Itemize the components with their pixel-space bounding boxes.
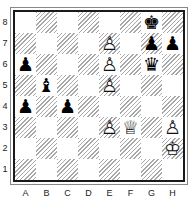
white-pawn-e7: ♟♙ [99,33,120,54]
square-h6 [162,54,183,75]
black-pawn-g7: ♟ [141,33,162,54]
white-piece-outline: ♙ [99,117,120,138]
file-label-d: D [78,187,99,200]
black-queen-g6: ♛ [141,54,162,75]
white-queen-f3: ♛♕ [120,117,141,138]
square-b5: ♝ [36,75,57,96]
chess-board: ♚♟♙♟♟♟♟♙♛♝♟♙♟♟♟♙♛♕♟♙♚♔ [13,10,185,182]
file-label-h: H [162,187,183,200]
square-c5 [57,75,78,96]
square-h4 [162,96,183,117]
rank-label-6: 6 [0,54,10,75]
white-piece-outline: ♔ [162,138,183,159]
black-piece-glyph: ♚ [141,12,162,33]
square-h8 [162,12,183,33]
file-label-b: B [36,187,57,200]
square-f1 [120,159,141,180]
white-pawn-h3: ♟♙ [162,117,183,138]
square-e4 [99,96,120,117]
square-f4 [120,96,141,117]
white-piece-outline: ♙ [99,33,120,54]
square-b7 [36,33,57,54]
white-piece-outline: ♙ [99,54,120,75]
file-label-g: G [141,187,162,200]
square-a6: ♟ [15,54,36,75]
square-b2 [36,138,57,159]
white-pawn-e6: ♟♙ [99,54,120,75]
square-d7 [78,33,99,54]
rank-labels: 87654321 [0,7,10,185]
square-b3 [36,117,57,138]
rank-label-1: 1 [0,159,10,180]
file-label-f: F [120,187,141,200]
square-d2 [78,138,99,159]
square-e7: ♟♙ [99,33,120,54]
square-g7: ♟ [141,33,162,54]
square-g3 [141,117,162,138]
square-h3: ♟♙ [162,117,183,138]
black-piece-glyph: ♛ [141,54,162,75]
square-a1 [15,159,36,180]
square-b4 [36,96,57,117]
square-b8 [36,12,57,33]
black-piece-glyph: ♟ [15,96,36,117]
white-piece-outline: ♙ [99,75,120,96]
square-a8 [15,12,36,33]
rank-label-4: 4 [0,96,10,117]
square-a7 [15,33,36,54]
square-c2 [57,138,78,159]
square-d8 [78,12,99,33]
square-c1 [57,159,78,180]
white-pawn-e3: ♟♙ [99,117,120,138]
square-e3: ♟♙ [99,117,120,138]
square-f6 [120,54,141,75]
square-d1 [78,159,99,180]
square-e2 [99,138,120,159]
black-pawn-c4: ♟ [57,96,78,117]
square-e8 [99,12,120,33]
square-g4 [141,96,162,117]
square-g6: ♛ [141,54,162,75]
square-f7 [120,33,141,54]
square-g2 [141,138,162,159]
square-f5 [120,75,141,96]
square-c3 [57,117,78,138]
file-label-e: E [99,187,120,200]
square-c7 [57,33,78,54]
square-f3: ♛♕ [120,117,141,138]
square-b1 [36,159,57,180]
square-c8 [57,12,78,33]
square-h2: ♚♔ [162,138,183,159]
white-piece-outline: ♕ [120,117,141,138]
square-b6 [36,54,57,75]
square-c4: ♟ [57,96,78,117]
black-piece-glyph: ♟ [162,33,183,54]
file-labels: ABCDEFGH [10,185,188,200]
square-g5 [141,75,162,96]
chess-diagram: 87654321 ♚♟♙♟♟♟♟♙♛♝♟♙♟♟♟♙♛♕♟♙♚♔ ABCDEFGH [0,0,196,200]
rank-label-2: 2 [0,138,10,159]
square-g1 [141,159,162,180]
black-pawn-a6: ♟ [15,54,36,75]
square-h7: ♟ [162,33,183,54]
black-piece-glyph: ♟ [141,33,162,54]
square-d4 [78,96,99,117]
black-king-g8: ♚ [141,12,162,33]
white-piece-outline: ♙ [162,117,183,138]
square-g8: ♚ [141,12,162,33]
square-f8 [120,12,141,33]
white-pawn-e5: ♟♙ [99,75,120,96]
square-e5: ♟♙ [99,75,120,96]
square-e6: ♟♙ [99,54,120,75]
rank-label-5: 5 [0,75,10,96]
file-label-a: A [15,187,36,200]
rank-label-3: 3 [0,117,10,138]
square-h1 [162,159,183,180]
rank-label-7: 7 [0,33,10,54]
black-piece-glyph: ♝ [36,75,57,96]
square-d5 [78,75,99,96]
square-a4: ♟ [15,96,36,117]
rank-label-8: 8 [0,12,10,33]
board-frame: ♚♟♙♟♟♟♟♙♛♝♟♙♟♟♟♙♛♕♟♙♚♔ [10,7,188,185]
square-f2 [120,138,141,159]
black-piece-glyph: ♟ [57,96,78,117]
black-piece-glyph: ♟ [15,54,36,75]
black-pawn-a4: ♟ [15,96,36,117]
square-a3 [15,117,36,138]
black-pawn-h7: ♟ [162,33,183,54]
white-king-h2: ♚♔ [162,138,183,159]
black-bishop-b5: ♝ [36,75,57,96]
square-d3 [78,117,99,138]
square-c6 [57,54,78,75]
square-e1 [99,159,120,180]
square-h5 [162,75,183,96]
square-d6 [78,54,99,75]
square-a2 [15,138,36,159]
file-label-c: C [57,187,78,200]
square-a5 [15,75,36,96]
